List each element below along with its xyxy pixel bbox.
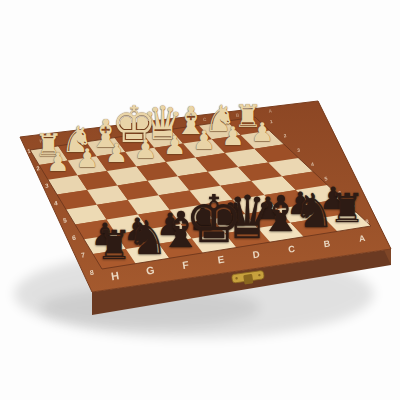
piece-white-pawn-e2[interactable]: ♟ bbox=[134, 137, 157, 163]
piece-white-pawn-b2[interactable]: ♟ bbox=[222, 124, 245, 150]
piece-white-pawn-f2[interactable]: ♟ bbox=[105, 141, 128, 167]
piece-black-rook-h8[interactable]: ♜ bbox=[96, 226, 132, 266]
piece-white-pawn-a2[interactable]: ♟ bbox=[251, 120, 274, 146]
chess-set-photo: HGFEDCBA1234567812345678HGFEDCBA ♜♞♝♛♚♝♞… bbox=[0, 0, 400, 400]
piece-white-pawn-h2[interactable]: ♟ bbox=[47, 150, 70, 176]
piece-white-pawn-g2[interactable]: ♟ bbox=[76, 146, 99, 172]
piece-white-pawn-c2[interactable]: ♟ bbox=[192, 128, 215, 154]
piece-white-pawn-d2[interactable]: ♟ bbox=[163, 133, 186, 159]
piece-black-knight-g8[interactable]: ♞ bbox=[127, 215, 169, 262]
